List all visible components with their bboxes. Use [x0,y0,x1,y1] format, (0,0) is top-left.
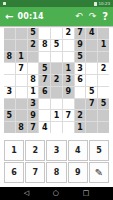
cell-r9c2[interactable]: 8 [16,122,27,133]
cell-r5c8[interactable] [86,75,97,86]
cell-r4c5[interactable] [51,63,62,74]
cell-r3c4[interactable] [39,52,50,63]
cell-r1c2[interactable] [16,28,27,39]
cell-r6c3[interactable]: 1 [28,87,39,98]
cell-r7c1[interactable] [4,99,15,110]
pencil-button[interactable]: ✎ [89,162,109,183]
keypad-row: 12345 [4,140,109,161]
toolbar: ← 00:14 ↶ ↷ ? [0,7,113,26]
cell-r5c6[interactable]: 3 [63,75,74,86]
cell-r9c6[interactable] [63,122,74,133]
cell-r1c1[interactable] [4,28,15,39]
cell-r8c8[interactable] [86,110,97,121]
cell-r3c2[interactable]: 1 [16,52,27,63]
cell-r8c4[interactable] [39,110,50,121]
key-2[interactable]: 2 [25,140,45,161]
status-time: 10:23 [98,2,110,6]
cell-r1c9[interactable] [98,28,109,39]
cell-r8c9[interactable] [98,110,109,121]
key-9[interactable]: 9 [68,162,88,183]
cell-r4c2[interactable]: 7 [16,63,27,74]
cell-r4c8[interactable] [86,63,97,74]
android-nav-bar: ◁ ○ □ [0,187,113,200]
cell-r7c4[interactable] [39,99,50,110]
cell-r2c3[interactable]: 2 [28,40,39,51]
cell-r2c2[interactable] [16,40,27,51]
cell-r2c8[interactable] [86,40,97,51]
cell-r9c8[interactable] [86,122,97,133]
key-7[interactable]: 7 [25,162,45,183]
cell-r3c7[interactable]: 5 [75,52,86,63]
cell-r6c6[interactable]: 9 [63,87,74,98]
key-1[interactable]: 1 [4,140,24,161]
cell-r6c2[interactable] [16,87,27,98]
cell-r1c6[interactable]: 2 [63,28,74,39]
cell-r6c9[interactable] [98,87,109,98]
status-bar: 10:23 [0,0,113,7]
game-timer: 00:14 [17,12,43,21]
cell-r6c7[interactable] [75,87,86,98]
nav-back-button[interactable]: ◁ [24,190,29,197]
cell-r1c7[interactable]: 7 [75,28,86,39]
cell-r9c5[interactable] [51,122,62,133]
cell-r7c3[interactable]: 3 [28,99,39,110]
cell-r2c4[interactable]: 8 [39,40,50,51]
undo-icon[interactable]: ↶ [75,12,83,21]
back-button[interactable]: ← [5,12,13,22]
cell-r9c3[interactable]: 7 [28,122,39,133]
cell-r3c1[interactable]: 8 [4,52,15,63]
pencil-icon: ✎ [95,167,103,178]
cell-r4c1[interactable] [4,63,15,74]
cell-r9c4[interactable]: 4 [39,122,50,133]
cell-r3c6[interactable] [63,52,74,63]
cell-r9c1[interactable] [4,122,15,133]
key-5[interactable]: 5 [89,140,109,161]
cell-r2c1[interactable] [4,40,15,51]
cell-r6c4[interactable]: 6 [39,87,50,98]
cell-r7c5[interactable] [51,99,62,110]
nav-home-button[interactable]: ○ [53,190,59,197]
key-6[interactable]: 6 [4,162,24,183]
cell-r5c4[interactable]: 7 [39,75,50,86]
key-3[interactable]: 3 [46,140,66,161]
cell-r7c6[interactable] [63,99,74,110]
cell-r2c9[interactable]: 1 [98,40,109,51]
cell-r5c7[interactable]: 6 [75,75,86,86]
cell-r9c9[interactable] [98,122,109,133]
cell-r6c8[interactable]: 5 [86,87,97,98]
sudoku-board: 527428591815751328723631695375591728741 [4,28,109,133]
cell-r3c5[interactable] [51,52,62,63]
cell-r4c3[interactable] [28,63,39,74]
keypad: 123456789✎ [4,140,109,183]
cell-r7c7[interactable] [75,99,86,110]
cell-r6c5[interactable] [51,87,62,98]
cell-r8c1[interactable]: 5 [4,110,15,121]
cell-r2c7[interactable]: 9 [75,40,86,51]
cell-r7c8[interactable]: 7 [86,99,97,110]
cell-r8c7[interactable]: 2 [75,110,86,121]
cell-r1c4[interactable] [39,28,50,39]
cell-r5c5[interactable]: 2 [51,75,62,86]
cell-r8c2[interactable] [16,110,27,121]
cell-r5c9[interactable] [98,75,109,86]
cell-r4c9[interactable]: 2 [98,63,109,74]
cell-r3c9[interactable] [98,52,109,63]
cell-r2c5[interactable]: 5 [51,40,62,51]
notification-icon [3,2,6,5]
cell-r4c6[interactable]: 1 [63,63,74,74]
cell-r1c8[interactable]: 4 [86,28,97,39]
cell-r5c1[interactable] [4,75,15,86]
battery-icon [94,2,97,6]
cell-r3c8[interactable] [86,52,97,63]
cell-r2c6[interactable] [63,40,74,51]
cell-r7c2[interactable] [16,99,27,110]
cell-r4c7[interactable]: 3 [75,63,86,74]
help-button[interactable]: ? [102,12,108,22]
cell-r9c7[interactable]: 1 [75,122,86,133]
cell-r3c3[interactable] [28,52,39,63]
redo-icon[interactable]: ↷ [89,12,97,21]
cell-r8c3[interactable]: 9 [28,110,39,121]
cell-r1c5[interactable] [51,28,62,39]
cell-r8c6[interactable]: 7 [63,110,74,121]
cell-r6c1[interactable]: 3 [4,87,15,98]
key-8[interactable]: 8 [46,162,66,183]
cell-r8c5[interactable]: 1 [51,110,62,121]
cell-r1c3[interactable]: 5 [28,28,39,39]
key-4[interactable]: 4 [68,140,88,161]
cell-r7c9[interactable]: 5 [98,99,109,110]
cell-r5c2[interactable] [16,75,27,86]
cell-r4c4[interactable]: 5 [39,63,50,74]
keypad-row: 6789✎ [4,162,109,183]
cell-r5c3[interactable]: 8 [28,75,39,86]
nav-recents-button[interactable]: □ [83,190,90,197]
